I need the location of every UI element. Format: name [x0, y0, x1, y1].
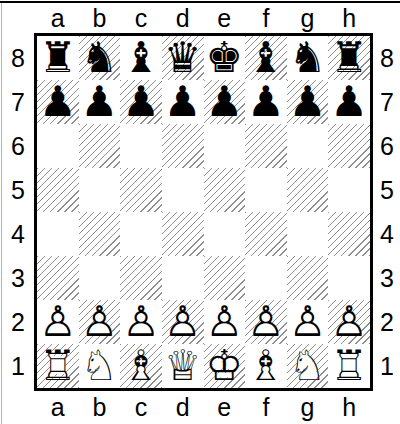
square-g7: ♟ [287, 80, 329, 124]
white-rook: ♜♖ [328, 344, 370, 388]
rank-label-5: 5 [4, 168, 32, 212]
white-pawn: ♟♙ [328, 300, 370, 344]
white-pawn: ♟♙ [162, 300, 204, 344]
page-top-rule [0, 1, 400, 3]
white-bishop: ♝♗ [245, 344, 287, 388]
rank-label-6: 6 [4, 124, 32, 168]
rank-label-1: 1 [373, 344, 400, 388]
white-pawn: ♟♙ [204, 300, 246, 344]
white-pawn: ♟♙ [287, 300, 329, 344]
rank-label-2: 2 [4, 300, 32, 344]
square-b5 [79, 168, 121, 212]
white-king: ♚♔ [204, 344, 246, 388]
black-bishop: ♝ [245, 36, 287, 80]
square-g3 [287, 256, 329, 300]
square-c5 [120, 168, 162, 212]
square-b3 [79, 256, 121, 300]
black-bishop: ♝ [120, 36, 162, 80]
rank-label-3: 3 [373, 256, 400, 300]
white-pawn: ♟♙ [120, 300, 162, 344]
file-label-e: e [204, 4, 246, 33]
chess-diagram-page: abcdefgh 87654321 ♜♞♝♛♚♝♞♜♟♟♟♟♟♟♟♟♟♙♟♙♟♙… [0, 0, 400, 424]
file-label-g: g [287, 392, 329, 422]
square-b8: ♞ [79, 36, 121, 80]
square-f7: ♟ [245, 80, 287, 124]
white-rook: ♜♖ [37, 344, 79, 388]
white-knight: ♞♘ [79, 344, 121, 388]
square-a6 [37, 124, 79, 168]
square-e2: ♟♙ [204, 300, 246, 344]
square-d7: ♟ [162, 80, 204, 124]
rank-label-1: 1 [4, 344, 32, 388]
white-pawn: ♟♙ [37, 300, 79, 344]
file-label-f: f [245, 4, 287, 33]
square-g8: ♞ [287, 36, 329, 80]
file-label-d: d [162, 392, 204, 422]
white-pawn: ♟♙ [79, 300, 121, 344]
black-rook: ♜ [37, 36, 79, 80]
square-h2: ♟♙ [328, 300, 370, 344]
file-label-a: a [37, 4, 79, 33]
square-d8: ♛ [162, 36, 204, 80]
rank-label-2: 2 [373, 300, 400, 344]
square-c4 [120, 212, 162, 256]
square-a1: ♜♖ [37, 344, 79, 388]
rank-label-5: 5 [373, 168, 400, 212]
square-g1: ♞♘ [287, 344, 329, 388]
square-c2: ♟♙ [120, 300, 162, 344]
square-b1: ♞♘ [79, 344, 121, 388]
white-pawn: ♟♙ [245, 300, 287, 344]
file-label-c: c [120, 392, 162, 422]
square-h4 [328, 212, 370, 256]
square-c3 [120, 256, 162, 300]
square-e7: ♟ [204, 80, 246, 124]
square-c1: ♝♗ [120, 344, 162, 388]
black-queen: ♛ [162, 36, 204, 80]
square-f2: ♟♙ [245, 300, 287, 344]
rank-label-8: 8 [373, 36, 400, 80]
square-g4 [287, 212, 329, 256]
white-bishop: ♝♗ [120, 344, 162, 388]
square-d6 [162, 124, 204, 168]
square-e8: ♚ [204, 36, 246, 80]
square-b4 [79, 212, 121, 256]
rank-label-4: 4 [4, 212, 32, 256]
square-d5 [162, 168, 204, 212]
file-label-h: h [328, 392, 370, 422]
rank-label-6: 6 [373, 124, 400, 168]
file-label-e: e [204, 392, 246, 422]
square-b2: ♟♙ [79, 300, 121, 344]
square-d2: ♟♙ [162, 300, 204, 344]
black-pawn: ♟ [120, 80, 162, 124]
square-c6 [120, 124, 162, 168]
square-c7: ♟ [120, 80, 162, 124]
file-label-c: c [120, 4, 162, 33]
rank-label-4: 4 [373, 212, 400, 256]
rank-labels-left: 87654321 [4, 36, 32, 388]
square-c8: ♝ [120, 36, 162, 80]
square-d1: ♛♕ [162, 344, 204, 388]
file-label-b: b [79, 4, 121, 33]
file-label-b: b [79, 392, 121, 422]
square-g5 [287, 168, 329, 212]
square-h5 [328, 168, 370, 212]
black-pawn: ♟ [37, 80, 79, 124]
black-pawn: ♟ [328, 80, 370, 124]
black-knight: ♞ [79, 36, 121, 80]
square-a5 [37, 168, 79, 212]
file-label-a: a [37, 392, 79, 422]
rank-label-3: 3 [4, 256, 32, 300]
file-label-d: d [162, 4, 204, 33]
square-e3 [204, 256, 246, 300]
file-labels-bottom: abcdefgh [37, 392, 370, 422]
rank-label-7: 7 [4, 80, 32, 124]
square-h1: ♜♖ [328, 344, 370, 388]
square-e1: ♚♔ [204, 344, 246, 388]
rank-label-8: 8 [4, 36, 32, 80]
black-rook: ♜ [328, 36, 370, 80]
black-king: ♚ [204, 36, 246, 80]
square-e5 [204, 168, 246, 212]
square-g2: ♟♙ [287, 300, 329, 344]
square-f6 [245, 124, 287, 168]
square-b7: ♟ [79, 80, 121, 124]
black-pawn: ♟ [204, 80, 246, 124]
square-a8: ♜ [37, 36, 79, 80]
black-pawn: ♟ [79, 80, 121, 124]
square-h6 [328, 124, 370, 168]
square-f4 [245, 212, 287, 256]
chess-board: ♜♞♝♛♚♝♞♜♟♟♟♟♟♟♟♟♟♙♟♙♟♙♟♙♟♙♟♙♟♙♟♙♜♖♞♘♝♗♛♕… [34, 33, 373, 391]
white-queen: ♛♕ [162, 344, 204, 388]
white-knight: ♞♘ [287, 344, 329, 388]
file-labels-top: abcdefgh [37, 4, 370, 32]
square-e6 [204, 124, 246, 168]
square-a2: ♟♙ [37, 300, 79, 344]
file-label-g: g [287, 4, 329, 33]
square-a3 [37, 256, 79, 300]
square-b6 [79, 124, 121, 168]
black-knight: ♞ [287, 36, 329, 80]
square-a7: ♟ [37, 80, 79, 124]
square-e4 [204, 212, 246, 256]
black-pawn: ♟ [162, 80, 204, 124]
square-d4 [162, 212, 204, 256]
square-f1: ♝♗ [245, 344, 287, 388]
square-f5 [245, 168, 287, 212]
file-label-f: f [245, 392, 287, 422]
square-h7: ♟ [328, 80, 370, 124]
file-label-h: h [328, 4, 370, 33]
square-h8: ♜ [328, 36, 370, 80]
page-left-rule [1, 3, 2, 424]
black-pawn: ♟ [245, 80, 287, 124]
square-h3 [328, 256, 370, 300]
rank-label-7: 7 [373, 80, 400, 124]
square-f3 [245, 256, 287, 300]
square-f8: ♝ [245, 36, 287, 80]
rank-labels-right: 87654321 [373, 36, 400, 388]
square-a4 [37, 212, 79, 256]
square-g6 [287, 124, 329, 168]
square-d3 [162, 256, 204, 300]
black-pawn: ♟ [287, 80, 329, 124]
